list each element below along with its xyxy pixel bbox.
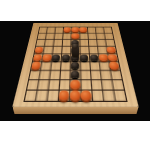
tablut-board — [12, 23, 138, 107]
attacker-piece-i4[interactable] — [109, 62, 119, 69]
square-d6[interactable] — [61, 46, 70, 53]
photo-canvas — [0, 0, 150, 150]
square-i7[interactable] — [105, 39, 115, 46]
attacker-piece-f1[interactable] — [81, 90, 92, 100]
attacker-piece-d1[interactable] — [58, 90, 69, 100]
square-d7[interactable] — [62, 39, 71, 46]
defender-piece-e4[interactable] — [71, 62, 80, 69]
board-scene — [0, 0, 150, 150]
defender-piece-e3[interactable] — [71, 71, 80, 79]
square-i6[interactable] — [106, 46, 116, 53]
board-grid — [23, 27, 127, 102]
attacker-piece-a4[interactable] — [31, 62, 41, 69]
king-pillar — [72, 44, 79, 58]
king-piece-e5[interactable] — [71, 54, 79, 60]
attacker-piece-e1[interactable] — [70, 90, 80, 100]
attacker-piece-e2[interactable] — [70, 80, 80, 89]
board-front-edge — [13, 107, 139, 114]
square-f6[interactable] — [79, 46, 88, 53]
